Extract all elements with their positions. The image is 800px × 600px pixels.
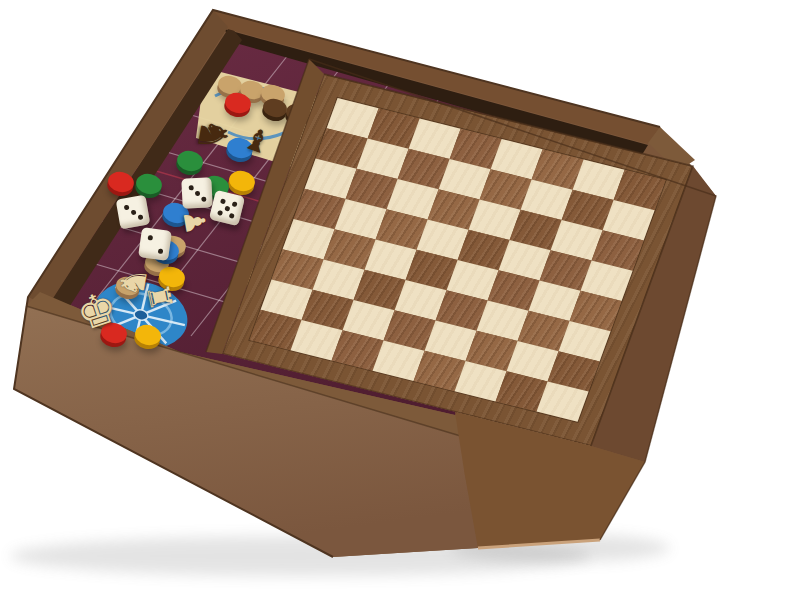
die-pip <box>158 249 164 255</box>
die-pip <box>124 205 130 211</box>
die-pip <box>220 198 226 204</box>
die-pip <box>195 191 200 196</box>
die-pip <box>131 210 137 216</box>
die-pip <box>189 185 194 190</box>
die-pip <box>229 213 235 219</box>
chess-light-p[interactable]: ♟ <box>178 207 210 237</box>
chessboard-lid[interactable] <box>222 74 693 446</box>
lid-underside-highlight <box>478 540 600 548</box>
disc-green[interactable] <box>175 149 205 174</box>
disc-yellow[interactable] <box>227 169 257 194</box>
die-pip <box>147 235 153 241</box>
disc-green[interactable] <box>134 172 164 197</box>
chess-dark-b[interactable]: ♝ <box>239 122 275 159</box>
die-pip <box>138 214 144 220</box>
die-5[interactable] <box>209 190 245 226</box>
chess-light-r[interactable]: ♜ <box>142 281 177 314</box>
die-3[interactable] <box>116 195 151 230</box>
checker-dark[interactable] <box>261 97 288 120</box>
chess-dark-n[interactable]: ♞ <box>191 115 234 155</box>
die-2[interactable] <box>138 227 172 261</box>
die-pip <box>217 210 223 216</box>
product-photo-scene: ♞♝♟♚♞♜ <box>0 0 800 600</box>
ground-shadow <box>10 536 590 576</box>
die-pip <box>232 201 238 207</box>
die-3[interactable] <box>181 177 213 209</box>
die-pip <box>224 206 230 212</box>
chess-board[interactable] <box>250 98 666 422</box>
disc-yellow[interactable] <box>133 323 163 348</box>
disc-red[interactable] <box>106 170 136 195</box>
ground-shadow-lid <box>450 534 670 562</box>
die-pip <box>201 197 206 202</box>
